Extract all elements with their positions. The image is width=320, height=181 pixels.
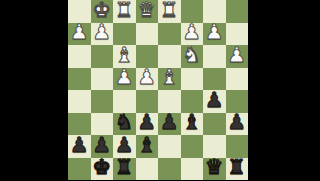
square-g6[interactable] xyxy=(91,113,114,136)
square-g5[interactable] xyxy=(91,90,114,113)
white-knight[interactable]: ♞ xyxy=(182,45,201,66)
black-rook[interactable]: ♜ xyxy=(227,158,246,179)
square-c7[interactable] xyxy=(181,135,204,158)
square-b8[interactable]: ♛ xyxy=(203,158,226,181)
square-g4[interactable] xyxy=(91,68,114,91)
white-king[interactable]: ♚ xyxy=(92,0,111,21)
square-h4[interactable] xyxy=(68,68,91,91)
square-f1[interactable]: ♜ xyxy=(113,0,136,23)
square-d5[interactable] xyxy=(158,90,181,113)
black-pawn[interactable]: ♟ xyxy=(205,90,224,111)
square-b6[interactable] xyxy=(203,113,226,136)
square-c3[interactable]: ♞ xyxy=(181,45,204,68)
black-bishop[interactable]: ♝ xyxy=(182,113,201,134)
square-b2[interactable]: ♟ xyxy=(203,23,226,46)
square-a4[interactable] xyxy=(226,68,249,91)
black-pawn[interactable]: ♟ xyxy=(227,113,246,134)
square-e3[interactable] xyxy=(136,45,159,68)
square-b7[interactable] xyxy=(203,135,226,158)
square-d2[interactable] xyxy=(158,23,181,46)
square-a3[interactable]: ♟ xyxy=(226,45,249,68)
square-h8[interactable] xyxy=(68,158,91,181)
black-pawn[interactable]: ♟ xyxy=(115,135,134,156)
square-c8[interactable] xyxy=(181,158,204,181)
black-pawn[interactable]: ♟ xyxy=(92,135,111,156)
black-rook[interactable]: ♜ xyxy=(115,158,134,179)
white-pawn[interactable]: ♟ xyxy=(227,45,246,66)
black-pawn[interactable]: ♟ xyxy=(70,135,89,156)
black-queen[interactable]: ♛ xyxy=(205,158,224,179)
square-f4[interactable]: ♟ xyxy=(113,68,136,91)
white-pawn[interactable]: ♟ xyxy=(70,23,89,44)
square-h7[interactable]: ♟ xyxy=(68,135,91,158)
square-e2[interactable] xyxy=(136,23,159,46)
square-f5[interactable] xyxy=(113,90,136,113)
square-g8[interactable]: ♚ xyxy=(91,158,114,181)
square-d8[interactable] xyxy=(158,158,181,181)
letterbox-right xyxy=(248,0,320,180)
white-bishop[interactable]: ♝ xyxy=(115,45,134,66)
square-d4[interactable]: ♝ xyxy=(158,68,181,91)
square-b5[interactable]: ♟ xyxy=(203,90,226,113)
square-e4[interactable]: ♟ xyxy=(136,68,159,91)
square-f7[interactable]: ♟ xyxy=(113,135,136,158)
white-rook[interactable]: ♜ xyxy=(160,0,179,21)
square-a6[interactable]: ♟ xyxy=(226,113,249,136)
black-pawn[interactable]: ♟ xyxy=(137,113,156,134)
square-a5[interactable] xyxy=(226,90,249,113)
square-e7[interactable]: ♝ xyxy=(136,135,159,158)
white-pawn[interactable]: ♟ xyxy=(205,23,224,44)
square-d7[interactable] xyxy=(158,135,181,158)
square-f3[interactable]: ♝ xyxy=(113,45,136,68)
square-g3[interactable] xyxy=(91,45,114,68)
square-f6[interactable]: ♞ xyxy=(113,113,136,136)
black-king[interactable]: ♚ xyxy=(92,158,111,179)
black-knight[interactable]: ♞ xyxy=(115,113,134,134)
square-h1[interactable] xyxy=(68,0,91,23)
black-pawn[interactable]: ♟ xyxy=(160,113,179,134)
square-e8[interactable] xyxy=(136,158,159,181)
square-c5[interactable] xyxy=(181,90,204,113)
square-g7[interactable]: ♟ xyxy=(91,135,114,158)
letterbox-left xyxy=(0,0,68,180)
square-d3[interactable] xyxy=(158,45,181,68)
white-queen[interactable]: ♛ xyxy=(137,0,156,21)
square-e5[interactable] xyxy=(136,90,159,113)
white-pawn[interactable]: ♟ xyxy=(92,23,111,44)
white-bishop[interactable]: ♝ xyxy=(160,68,179,89)
square-h6[interactable] xyxy=(68,113,91,136)
white-pawn[interactable]: ♟ xyxy=(115,68,134,89)
square-a7[interactable] xyxy=(226,135,249,158)
square-g1[interactable]: ♚ xyxy=(91,0,114,23)
white-rook[interactable]: ♜ xyxy=(115,0,134,21)
square-a2[interactable] xyxy=(226,23,249,46)
white-pawn[interactable]: ♟ xyxy=(182,23,201,44)
square-a8[interactable]: ♜ xyxy=(226,158,249,181)
square-c4[interactable] xyxy=(181,68,204,91)
square-b3[interactable] xyxy=(203,45,226,68)
square-f2[interactable] xyxy=(113,23,136,46)
square-e1[interactable]: ♛ xyxy=(136,0,159,23)
square-a1[interactable] xyxy=(226,0,249,23)
square-c6[interactable]: ♝ xyxy=(181,113,204,136)
square-h2[interactable]: ♟ xyxy=(68,23,91,46)
square-h3[interactable] xyxy=(68,45,91,68)
square-b1[interactable] xyxy=(203,0,226,23)
square-h5[interactable] xyxy=(68,90,91,113)
square-b4[interactable] xyxy=(203,68,226,91)
white-pawn[interactable]: ♟ xyxy=(137,68,156,89)
square-g2[interactable]: ♟ xyxy=(91,23,114,46)
chess-board: ♚♜♛♜♟♟♟♟♝♞♟♟♟♝♟♞♟♟♝♟♟♟♟♝♚♜♛♜ xyxy=(68,0,248,180)
square-c1[interactable] xyxy=(181,0,204,23)
square-d1[interactable]: ♜ xyxy=(158,0,181,23)
app-screen: ♚♜♛♜♟♟♟♟♝♞♟♟♟♝♟♞♟♟♝♟♟♟♟♝♚♜♛♜ xyxy=(0,0,320,180)
black-bishop[interactable]: ♝ xyxy=(137,135,156,156)
square-f8[interactable]: ♜ xyxy=(113,158,136,181)
square-e6[interactable]: ♟ xyxy=(136,113,159,136)
square-c2[interactable]: ♟ xyxy=(181,23,204,46)
square-d6[interactable]: ♟ xyxy=(158,113,181,136)
